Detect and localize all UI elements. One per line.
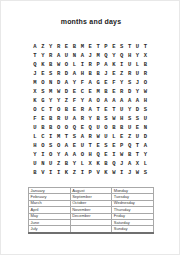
grid-cell: A [70, 150, 78, 159]
grid-cell: S [102, 141, 110, 150]
grid-cell: X [141, 51, 149, 60]
grid-cell: J [86, 51, 94, 60]
grid-cell: T [110, 105, 118, 114]
grid-cell: K [63, 168, 71, 177]
grid-cell: B [94, 114, 102, 123]
grid-cell: N [39, 159, 47, 168]
grid-cell: B [63, 159, 71, 168]
grid-cell: M [47, 87, 55, 96]
grid-cell: B [63, 105, 71, 114]
grid-cell: T [126, 42, 134, 51]
grid-cell: U [63, 114, 71, 123]
grid-cell: U [126, 123, 134, 132]
grid-cell: I [78, 60, 86, 69]
grid-cell: W [110, 168, 118, 177]
grid-cell: R [55, 69, 63, 78]
grid-cell: B [47, 123, 55, 132]
grid-cell: Z [55, 159, 63, 168]
grid-cell: A [126, 96, 134, 105]
grid-cell: A [86, 105, 94, 114]
grid-cell: O [55, 123, 63, 132]
grid-cell: S [102, 114, 110, 123]
grid-cell: B [126, 150, 134, 159]
grid-cell: E [110, 69, 118, 78]
grid-cell: A [78, 51, 86, 60]
grid-cell: L [141, 159, 149, 168]
grid-cell: U [141, 114, 149, 123]
grid-cell: A [70, 69, 78, 78]
grid-cell: E [134, 123, 142, 132]
grid-cell: S [126, 114, 134, 123]
grid-cell: J [126, 168, 134, 177]
grid-cell: O [39, 141, 47, 150]
grid-cell: C [39, 105, 47, 114]
grid-cell: T [63, 132, 71, 141]
grid-cell: L [134, 60, 142, 69]
grid-cell: E [102, 78, 110, 87]
grid-cell: S [47, 69, 55, 78]
grid-cell: A [63, 78, 71, 87]
grid-cell: F [110, 78, 118, 87]
grid-cell: E [94, 141, 102, 150]
grid-cell: S [126, 78, 134, 87]
grid-cell: J [102, 69, 110, 78]
grid-cell: L [78, 159, 86, 168]
grid-cell: Y [118, 78, 126, 87]
grid-cell: I [47, 132, 55, 141]
grid-cell: H [118, 114, 126, 123]
grid-cell: S [118, 42, 126, 51]
grid-cell: Q [31, 60, 39, 69]
grid-cell: N [70, 51, 78, 60]
grid-cell: A [86, 78, 94, 87]
grid-cell: L [110, 132, 118, 141]
worksheet-page: months and days AZYREBMETPESTUTTYRAUNAJM… [0, 0, 180, 255]
grid-cell: A [110, 96, 118, 105]
grid-cell: E [39, 69, 47, 78]
grid-cell: S [47, 141, 55, 150]
grid-cell: O [63, 60, 71, 69]
grid-cell: P [94, 60, 102, 69]
grid-cell: R [118, 87, 126, 96]
grid-cell: I [118, 168, 126, 177]
grid-cell: B [31, 168, 39, 177]
grid-cell: T [86, 141, 94, 150]
grid-cell: O [39, 78, 47, 87]
grid-cell: H [141, 96, 149, 105]
grid-cell: W [55, 60, 63, 69]
grid-cell: K [110, 60, 118, 69]
grid-cell: D [141, 132, 149, 141]
grid-cell: R [141, 69, 149, 78]
grid-cell: Y [141, 150, 149, 159]
grid-cell: J [31, 69, 39, 78]
word-list-item: July [29, 226, 71, 233]
grid-cell: B [47, 60, 55, 69]
grid-cell: O [55, 141, 63, 150]
grid-cell: E [70, 105, 78, 114]
grid-cell: E [78, 123, 86, 132]
grid-cell: O [31, 105, 39, 114]
grid-cell: A [31, 42, 39, 51]
grid-cell: M [94, 51, 102, 60]
grid-cell: J [134, 78, 142, 87]
grid-cell: U [31, 159, 39, 168]
grid-cell: Y [126, 105, 134, 114]
grid-cell: D [126, 87, 134, 96]
grid-cell: K [94, 159, 102, 168]
grid-cell: C [39, 132, 47, 141]
grid-cell: B [102, 87, 110, 96]
grid-cell: H [86, 150, 94, 159]
grid-cell: R [47, 51, 55, 60]
grid-cell: E [86, 42, 94, 51]
grid-cell: H [78, 69, 86, 78]
grid-cell: A [70, 114, 78, 123]
grid-cell: H [31, 141, 39, 150]
grid-cell: E [110, 42, 118, 51]
grid-cell: I [78, 168, 86, 177]
grid-cell: L [31, 132, 39, 141]
grid-cell: M [78, 42, 86, 51]
grid-cell: E [102, 105, 110, 114]
grid-cell: V [39, 168, 47, 177]
grid-cell: Z [126, 132, 134, 141]
grid-cell: Y [78, 96, 86, 105]
grid-cell: O [102, 123, 110, 132]
grid-cell: B [102, 159, 110, 168]
word-list-table: JanuaryAugustMondayFebruarySeptemberTues… [28, 187, 154, 234]
grid-cell: G [39, 96, 47, 105]
grid-cell: N [47, 78, 55, 87]
grid-cell: M [55, 132, 63, 141]
grid-cell: A [126, 159, 134, 168]
grid-cell: Y [55, 150, 63, 159]
grid-cell: M [94, 87, 102, 96]
grid-cell: R [55, 114, 63, 123]
grid-cell: S [141, 168, 149, 177]
grid-cell: Q [110, 159, 118, 168]
grid-cell: U [102, 132, 110, 141]
grid-cell: Q [94, 150, 102, 159]
grid-cell: Y [47, 42, 55, 51]
grid-cell: U [118, 105, 126, 114]
grid-cell: U [63, 51, 71, 60]
grid-cell: T [47, 105, 55, 114]
grid-cell: P [118, 141, 126, 150]
grid-cell: B [70, 42, 78, 51]
grid-cell: Y [70, 159, 78, 168]
grid-cell: U [31, 123, 39, 132]
grid-cell: A [86, 96, 94, 105]
grid-cell: Y [39, 51, 47, 60]
grid-cell: E [86, 87, 94, 96]
grid-cell: W [118, 150, 126, 159]
grid-cell: E [39, 114, 47, 123]
grid-cell: R [78, 114, 86, 123]
grid-cell: Y [86, 114, 94, 123]
grid-cell: U [94, 123, 102, 132]
grid-cell: Q [126, 141, 134, 150]
grid-cell: X [86, 159, 94, 168]
grid-cell: Q [102, 51, 110, 60]
grid-cell: S [141, 105, 149, 114]
grid-cell: E [70, 141, 78, 150]
grid-cell: O [55, 105, 63, 114]
grid-cell: A [141, 141, 149, 150]
grid-cell: E [63, 42, 71, 51]
grid-cell: M [31, 78, 39, 87]
grid-cell: A [102, 60, 110, 69]
grid-cell: U [126, 60, 134, 69]
grid-cell: T [134, 150, 142, 159]
grid-cell: U [134, 42, 142, 51]
grid-cell: V [94, 168, 102, 177]
grid-cell: E [102, 150, 110, 159]
grid-cell: R [86, 132, 94, 141]
grid-cell: J [118, 159, 126, 168]
grid-cell: T [31, 51, 39, 60]
grid-cell: A [118, 96, 126, 105]
grid-cell: I [55, 168, 63, 177]
grid-cell: E [110, 141, 118, 150]
grid-cell: Q [118, 51, 126, 60]
grid-cell: U [47, 159, 55, 168]
grid-cell: U [78, 141, 86, 150]
grid-cell: A [78, 132, 86, 141]
grid-cell: Y [134, 51, 142, 60]
grid-cell: A [63, 150, 71, 159]
grid-cell: Z [39, 42, 47, 51]
grid-cell: Z [63, 96, 71, 105]
grid-cell: X [31, 87, 39, 96]
grid-cell: W [55, 87, 63, 96]
grid-cell: Y [110, 51, 118, 60]
grid-cell: Q [86, 123, 94, 132]
grid-cell: B [47, 114, 55, 123]
grid-cell: I [39, 150, 47, 159]
grid-cell: I [110, 150, 118, 159]
grid-cell: F [70, 96, 78, 105]
grid-cell: R [55, 42, 63, 51]
grid-cell: Y [47, 96, 55, 105]
grid-cell: X [134, 159, 142, 168]
grid-cell: B [86, 69, 94, 78]
grid-cell: D [134, 105, 142, 114]
grid-cell: Y [31, 150, 39, 159]
grid-cell: S [39, 87, 47, 96]
grid-cell: O [141, 78, 149, 87]
grid-cell: Y [134, 87, 142, 96]
grid-cell: Y [55, 96, 63, 105]
grid-cell: E [70, 87, 78, 96]
grid-cell: T [141, 42, 149, 51]
grid-cell: O [78, 150, 86, 159]
grid-cell: R [86, 60, 94, 69]
grid-cell: Q [70, 123, 78, 132]
grid-cell: K [102, 168, 110, 177]
word-list-row: JulySunday [29, 226, 154, 233]
grid-cell: O [94, 96, 102, 105]
grid-cell: S [134, 114, 142, 123]
grid-cell: G [94, 78, 102, 87]
grid-cell: A [134, 96, 142, 105]
grid-cell: K [31, 96, 39, 105]
grid-cell: D [63, 69, 71, 78]
grid-cell: A [102, 96, 110, 105]
grid-cell: D [63, 87, 71, 96]
grid-cell: W [141, 87, 149, 96]
grid-cell: Y [70, 78, 78, 87]
grid-cell: F [31, 114, 39, 123]
grid-cell: B [118, 123, 126, 132]
grid-cell: T [134, 141, 142, 150]
word-list-item [70, 226, 112, 233]
grid-cell: R [78, 105, 86, 114]
grid-cell: R [126, 69, 134, 78]
grid-cell: P [102, 42, 110, 51]
grid-cell: I [118, 60, 126, 69]
grid-cell: A [63, 141, 71, 150]
grid-cell: K [39, 60, 47, 69]
grid-cell: U [134, 132, 142, 141]
grid-cell: W [134, 168, 142, 177]
grid-cell: S [70, 132, 78, 141]
grid-cell: T [94, 105, 102, 114]
grid-cell: O [47, 150, 55, 159]
grid-cell: T [94, 42, 102, 51]
grid-cell: L [70, 60, 78, 69]
grid-cell: C [78, 87, 86, 96]
grid-cell: E [110, 87, 118, 96]
grid-cell: Z [118, 69, 126, 78]
word-list-item: Sunday [112, 226, 154, 233]
grid-cell: B [110, 123, 118, 132]
grid-cell: E [118, 132, 126, 141]
grid-cell: B [94, 69, 102, 78]
grid-cell: B [141, 60, 149, 69]
grid-cell: B [39, 123, 47, 132]
grid-cell: Z [70, 168, 78, 177]
grid-cell: O [63, 123, 71, 132]
grid-cell: D [55, 78, 63, 87]
grid-cell: N [141, 123, 149, 132]
grid-cell: F [78, 78, 86, 87]
grid-cell: W [110, 114, 118, 123]
grid-cell: I [47, 168, 55, 177]
grid-cell: W [94, 132, 102, 141]
grid-cell: H [126, 51, 134, 60]
grid-cell: A [55, 51, 63, 60]
grid-cell: P [86, 168, 94, 177]
page-title: months and days [1, 18, 180, 25]
word-search-grid: AZYREBMETPESTUTTYRAUNAJMQYQHYXQKBWOLIRPA… [31, 42, 149, 177]
grid-cell: U [134, 69, 142, 78]
